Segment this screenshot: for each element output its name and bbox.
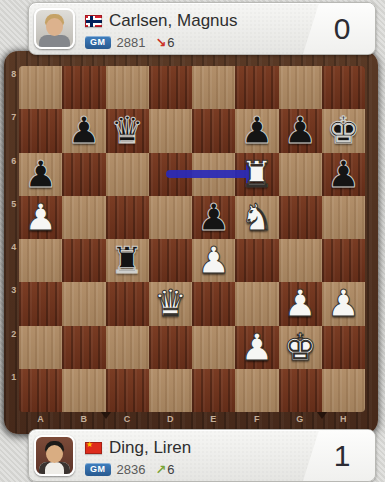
black-pawn-b7[interactable]: ♟ (62, 109, 105, 152)
score-area-top: 0 (295, 3, 375, 54)
move-arrow (166, 170, 246, 178)
square-d7[interactable] (149, 109, 192, 152)
player-name-bottom: Ding, Liren (109, 438, 191, 458)
white-pawn-f2[interactable]: ♟ (235, 326, 278, 369)
rating-trend-bottom: ↗ 6 (155, 462, 174, 477)
frame-notch (101, 412, 111, 419)
square-h5[interactable] (322, 196, 365, 239)
square-e2[interactable] (192, 326, 235, 369)
white-rook-f6[interactable]: ♜ (235, 153, 278, 196)
square-f4[interactable] (235, 239, 278, 282)
avatar-body (39, 35, 70, 49)
trend-up-icon: ↗ (155, 462, 166, 477)
avatar-face (46, 445, 63, 463)
square-h2[interactable] (322, 326, 365, 369)
player-card-top: Carlsen, Magnus GM 2881 ↘ 6 0 (28, 2, 376, 55)
square-d2[interactable] (149, 326, 192, 369)
square-d5[interactable] (149, 196, 192, 239)
rank-label-7: 7 (9, 112, 19, 122)
player-info-bottom: ★ Ding, Liren GM 2836 ↗ 6 (85, 437, 191, 477)
title-badge-top: GM (85, 36, 111, 49)
white-queen-d3[interactable]: ♛ (149, 282, 192, 325)
square-d4[interactable] (149, 239, 192, 282)
square-a3[interactable] (19, 282, 62, 325)
rank-label-5: 5 (9, 199, 19, 209)
score-area-bottom: 1 (295, 430, 375, 481)
square-f8[interactable] (235, 66, 278, 109)
black-pawn-a6[interactable]: ♟ (19, 153, 62, 196)
black-queen-c7[interactable]: ♛ (106, 109, 149, 152)
square-a8[interactable] (19, 66, 62, 109)
file-label-h: H (322, 414, 365, 424)
square-c8[interactable] (106, 66, 149, 109)
file-label-d: D (149, 414, 192, 424)
square-c6[interactable] (106, 153, 149, 196)
square-e7[interactable] (192, 109, 235, 152)
file-label-f: F (235, 414, 278, 424)
square-d8[interactable] (149, 66, 192, 109)
trend-value-bottom: 6 (167, 462, 174, 477)
square-g6[interactable] (279, 153, 322, 196)
score-top: 0 (320, 12, 351, 46)
square-b4[interactable] (62, 239, 105, 282)
board-squares[interactable]: ♟♛♟♟♚♟♜♟♟♟♞♜♟♛♟♟♟♚ (19, 66, 365, 412)
white-pawn-h3[interactable]: ♟ (322, 282, 365, 325)
avatar-body (39, 462, 70, 476)
rank-label-8: 8 (9, 69, 19, 79)
square-b2[interactable] (62, 326, 105, 369)
rank-label-1: 1 (9, 372, 19, 382)
square-b1[interactable] (62, 369, 105, 412)
black-pawn-f7[interactable]: ♟ (235, 109, 278, 152)
trend-down-icon: ↘ (155, 35, 166, 50)
square-b5[interactable] (62, 196, 105, 239)
square-g5[interactable] (279, 196, 322, 239)
china-flag-icon: ★ (85, 442, 102, 454)
square-f3[interactable] (235, 282, 278, 325)
rank-label-2: 2 (9, 329, 19, 339)
square-e8[interactable] (192, 66, 235, 109)
file-label-b: B (62, 414, 105, 424)
square-b8[interactable] (62, 66, 105, 109)
black-pawn-g7[interactable]: ♟ (279, 109, 322, 152)
square-g1[interactable] (279, 369, 322, 412)
trend-value-top: 6 (167, 35, 174, 50)
white-knight-f5[interactable]: ♞ (235, 196, 278, 239)
white-pawn-g3[interactable]: ♟ (279, 282, 322, 325)
avatar-face (46, 18, 63, 36)
square-a1[interactable] (19, 369, 62, 412)
avatar-carlsen (34, 8, 75, 49)
square-g8[interactable] (279, 66, 322, 109)
square-g4[interactable] (279, 239, 322, 282)
player-card-bottom: ★ Ding, Liren GM 2836 ↗ 6 1 (28, 429, 376, 482)
square-e3[interactable] (192, 282, 235, 325)
white-king-g2[interactable]: ♚ (279, 326, 322, 369)
black-pawn-e5[interactable]: ♟ (192, 196, 235, 239)
square-b3[interactable] (62, 282, 105, 325)
square-h8[interactable] (322, 66, 365, 109)
chess-board: ♟♛♟♟♚♟♜♟♟♟♞♜♟♛♟♟♟♚ 87654321ABCDEFGH (4, 51, 378, 434)
white-pawn-a5[interactable]: ♟ (19, 196, 62, 239)
square-c3[interactable] (106, 282, 149, 325)
square-e1[interactable] (192, 369, 235, 412)
square-c1[interactable] (106, 369, 149, 412)
player-info-top: Carlsen, Magnus GM 2881 ↘ 6 (85, 10, 238, 50)
file-label-e: E (192, 414, 235, 424)
square-a7[interactable] (19, 109, 62, 152)
rank-label-3: 3 (9, 285, 19, 295)
score-bottom: 1 (320, 439, 351, 473)
black-rook-c4[interactable]: ♜ (106, 239, 149, 282)
file-label-g: G (279, 414, 322, 424)
square-c2[interactable] (106, 326, 149, 369)
title-badge-bottom: GM (85, 463, 111, 476)
square-c5[interactable] (106, 196, 149, 239)
frame-notch (317, 412, 327, 419)
rating-top: 2881 (117, 35, 146, 50)
square-h4[interactable] (322, 239, 365, 282)
file-label-c: C (106, 414, 149, 424)
rating-trend-top: ↘ 6 (155, 35, 174, 50)
square-a2[interactable] (19, 326, 62, 369)
norway-flag-icon (85, 15, 102, 27)
player-name-top: Carlsen, Magnus (109, 11, 238, 31)
rating-bottom: 2836 (117, 462, 146, 477)
black-king-h7[interactable]: ♚ (322, 109, 365, 152)
square-d1[interactable] (149, 369, 192, 412)
file-label-a: A (19, 414, 62, 424)
white-pawn-e4[interactable]: ♟ (192, 239, 235, 282)
china-flag-star: ★ (86, 440, 93, 449)
rank-label-6: 6 (9, 156, 19, 166)
black-pawn-h6[interactable]: ♟ (322, 153, 365, 196)
rank-label-4: 4 (9, 242, 19, 252)
avatar-ding (34, 435, 75, 476)
square-h1[interactable] (322, 369, 365, 412)
square-f1[interactable] (235, 369, 278, 412)
square-b6[interactable] (62, 153, 105, 196)
square-a4[interactable] (19, 239, 62, 282)
